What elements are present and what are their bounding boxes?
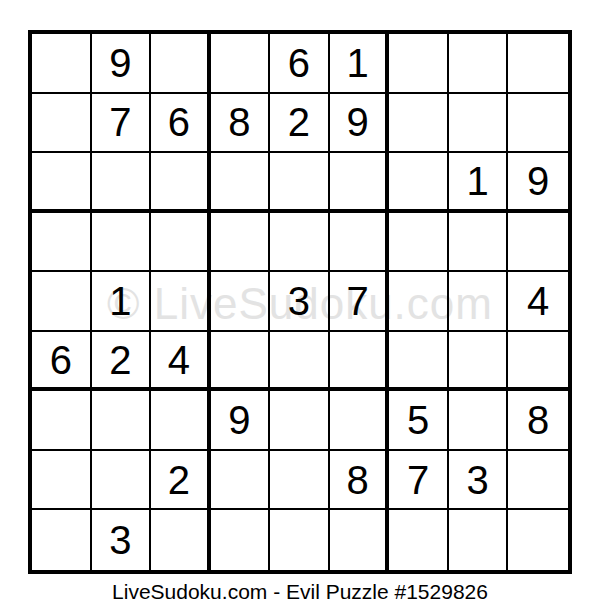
cell-r2c9-empty[interactable] [508,94,568,154]
cell-r8c6-given: 8 [330,451,390,511]
sudoku-grid: 9617682919137462495828733 [32,34,568,570]
cell-r9c5-empty[interactable] [270,510,330,570]
cell-r5c1-empty[interactable] [32,272,92,332]
cell-r8c9-empty[interactable] [508,451,568,511]
cell-r5c8-empty[interactable] [449,272,509,332]
cell-r7c3-empty[interactable] [151,391,211,451]
cell-r7c7-given: 5 [389,391,449,451]
cell-r9c4-empty[interactable] [211,510,271,570]
cell-r6c8-empty[interactable] [449,332,509,392]
cell-r5c5-given: 3 [270,272,330,332]
cell-r5c9-given: 4 [508,272,568,332]
cell-r7c5-empty[interactable] [270,391,330,451]
cell-r9c3-empty[interactable] [151,510,211,570]
cell-r3c8-given: 1 [449,153,509,213]
cell-r8c7-given: 7 [389,451,449,511]
cell-r9c9-empty[interactable] [508,510,568,570]
cell-r6c2-given: 2 [92,332,152,392]
cell-r3c2-empty[interactable] [92,153,152,213]
cell-r9c6-empty[interactable] [330,510,390,570]
cell-r4c2-empty[interactable] [92,213,152,273]
cell-r1c7-empty[interactable] [389,34,449,94]
cell-r3c7-empty[interactable] [389,153,449,213]
cell-r2c3-given: 6 [151,94,211,154]
cell-r6c3-given: 4 [151,332,211,392]
cell-r4c6-empty[interactable] [330,213,390,273]
cell-r5c2-given: 1 [92,272,152,332]
cell-r4c4-empty[interactable] [211,213,271,273]
cell-r6c9-empty[interactable] [508,332,568,392]
cell-r2c1-empty[interactable] [32,94,92,154]
cell-r4c9-empty[interactable] [508,213,568,273]
cell-r8c8-given: 3 [449,451,509,511]
cell-r4c3-empty[interactable] [151,213,211,273]
cell-r4c5-empty[interactable] [270,213,330,273]
sudoku-board: © LiveSudoku.com 96176829191374624958287… [28,30,572,574]
sudoku-page: © LiveSudoku.com 96176829191374624958287… [0,0,600,615]
cell-r3c5-empty[interactable] [270,153,330,213]
cell-r1c1-empty[interactable] [32,34,92,94]
cell-r6c5-empty[interactable] [270,332,330,392]
cell-r7c2-empty[interactable] [92,391,152,451]
cell-r8c4-empty[interactable] [211,451,271,511]
cell-r1c4-empty[interactable] [211,34,271,94]
cell-r5c4-empty[interactable] [211,272,271,332]
cell-r9c8-empty[interactable] [449,510,509,570]
cell-r6c7-empty[interactable] [389,332,449,392]
cell-r9c7-empty[interactable] [389,510,449,570]
cell-r1c9-empty[interactable] [508,34,568,94]
cell-r1c8-empty[interactable] [449,34,509,94]
cell-r9c2-given: 3 [92,510,152,570]
puzzle-caption: LiveSudoku.com - Evil Puzzle #1529826 [0,580,600,604]
cell-r6c4-empty[interactable] [211,332,271,392]
cell-r1c2-given: 9 [92,34,152,94]
cell-r4c1-empty[interactable] [32,213,92,273]
cell-r3c6-empty[interactable] [330,153,390,213]
cell-r8c5-empty[interactable] [270,451,330,511]
cell-r2c7-empty[interactable] [389,94,449,154]
cell-r8c1-empty[interactable] [32,451,92,511]
cell-r7c9-given: 8 [508,391,568,451]
cell-r8c3-given: 2 [151,451,211,511]
cell-r3c9-given: 9 [508,153,568,213]
cell-r1c3-empty[interactable] [151,34,211,94]
cell-r5c6-given: 7 [330,272,390,332]
cell-r7c1-empty[interactable] [32,391,92,451]
cell-r1c5-given: 6 [270,34,330,94]
cell-r3c1-empty[interactable] [32,153,92,213]
cell-r1c6-given: 1 [330,34,390,94]
cell-r2c4-given: 8 [211,94,271,154]
cell-r7c6-empty[interactable] [330,391,390,451]
cell-r2c2-given: 7 [92,94,152,154]
cell-r6c1-given: 6 [32,332,92,392]
cell-r5c7-empty[interactable] [389,272,449,332]
cell-r2c6-given: 9 [330,94,390,154]
cell-r3c4-empty[interactable] [211,153,271,213]
cell-r7c8-empty[interactable] [449,391,509,451]
cell-r8c2-empty[interactable] [92,451,152,511]
cell-r6c6-empty[interactable] [330,332,390,392]
cell-r4c7-empty[interactable] [389,213,449,273]
cell-r2c5-given: 2 [270,94,330,154]
cell-r9c1-empty[interactable] [32,510,92,570]
cell-r7c4-given: 9 [211,391,271,451]
cell-r2c8-empty[interactable] [449,94,509,154]
cell-r3c3-empty[interactable] [151,153,211,213]
cell-r5c3-empty[interactable] [151,272,211,332]
cell-r4c8-empty[interactable] [449,213,509,273]
